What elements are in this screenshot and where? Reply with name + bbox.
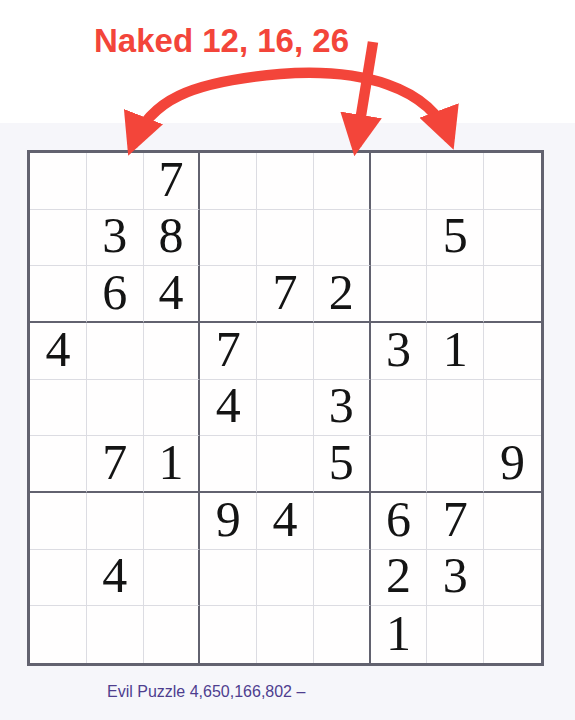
cell-r7c1[interactable] <box>30 493 87 550</box>
cell-r6c6[interactable]: 5 <box>314 436 371 493</box>
cell-r2c7[interactable] <box>371 210 428 267</box>
cell-r3c3[interactable]: 4 <box>144 266 201 323</box>
cell-r6c5[interactable] <box>257 436 314 493</box>
cell-r3c9[interactable] <box>484 266 541 323</box>
screen: Naked 12, 16, 26 73856472473143715994674… <box>0 0 575 720</box>
cell-r5c4[interactable]: 4 <box>200 380 257 437</box>
cell-r3c1[interactable] <box>30 266 87 323</box>
cell-r1c6[interactable] <box>314 153 371 210</box>
cell-r2c5[interactable] <box>257 210 314 267</box>
cell-r9c4[interactable] <box>200 606 257 663</box>
cell-r1c5[interactable] <box>257 153 314 210</box>
cell-r9c3[interactable] <box>144 606 201 663</box>
cell-r7c5[interactable]: 4 <box>257 493 314 550</box>
cell-r6c8[interactable] <box>427 436 484 493</box>
cell-r5c8[interactable] <box>427 380 484 437</box>
cell-r3c5[interactable]: 7 <box>257 266 314 323</box>
cell-r6c9[interactable]: 9 <box>484 436 541 493</box>
cell-r5c2[interactable] <box>87 380 144 437</box>
cell-r6c2[interactable]: 7 <box>87 436 144 493</box>
cell-r7c8[interactable]: 7 <box>427 493 484 550</box>
cell-r7c9[interactable] <box>484 493 541 550</box>
cell-r9c5[interactable] <box>257 606 314 663</box>
cell-r5c3[interactable] <box>144 380 201 437</box>
cell-r5c6[interactable]: 3 <box>314 380 371 437</box>
cell-r8c1[interactable] <box>30 550 87 607</box>
cell-r9c9[interactable] <box>484 606 541 663</box>
cell-r2c8[interactable]: 5 <box>427 210 484 267</box>
puzzle-caption: Evil Puzzle 4,650,166,802 – <box>107 683 305 701</box>
cell-r4c9[interactable] <box>484 323 541 380</box>
cell-r1c1[interactable] <box>30 153 87 210</box>
cell-r1c9[interactable] <box>484 153 541 210</box>
cell-r9c6[interactable] <box>314 606 371 663</box>
cell-r1c4[interactable] <box>200 153 257 210</box>
cell-r2c3[interactable]: 8 <box>144 210 201 267</box>
cell-r8c4[interactable] <box>200 550 257 607</box>
cell-r5c1[interactable] <box>30 380 87 437</box>
cell-r1c2[interactable] <box>87 153 144 210</box>
cell-r4c3[interactable] <box>144 323 201 380</box>
cell-r1c8[interactable] <box>427 153 484 210</box>
cell-r3c8[interactable] <box>427 266 484 323</box>
cell-r2c4[interactable] <box>200 210 257 267</box>
cell-r8c9[interactable] <box>484 550 541 607</box>
cell-r7c4[interactable]: 9 <box>200 493 257 550</box>
cell-r4c1[interactable]: 4 <box>30 323 87 380</box>
cell-r4c5[interactable] <box>257 323 314 380</box>
cell-r2c2[interactable]: 3 <box>87 210 144 267</box>
cell-r3c2[interactable]: 6 <box>87 266 144 323</box>
sudoku-board: 73856472473143715994674231 <box>27 150 544 666</box>
cell-r8c8[interactable]: 3 <box>427 550 484 607</box>
cell-r7c7[interactable]: 6 <box>371 493 428 550</box>
cell-r6c1[interactable] <box>30 436 87 493</box>
cell-r2c1[interactable] <box>30 210 87 267</box>
cell-r5c5[interactable] <box>257 380 314 437</box>
cell-r7c3[interactable] <box>144 493 201 550</box>
cell-r4c7[interactable]: 3 <box>371 323 428 380</box>
cell-r4c4[interactable]: 7 <box>200 323 257 380</box>
cell-r4c8[interactable]: 1 <box>427 323 484 380</box>
cell-r1c3[interactable]: 7 <box>144 153 201 210</box>
annotation-title: Naked 12, 16, 26 <box>94 22 349 60</box>
cell-r8c5[interactable] <box>257 550 314 607</box>
cell-r7c2[interactable] <box>87 493 144 550</box>
cell-r4c2[interactable] <box>87 323 144 380</box>
cell-r3c4[interactable] <box>200 266 257 323</box>
cell-r3c6[interactable]: 2 <box>314 266 371 323</box>
cell-r2c6[interactable] <box>314 210 371 267</box>
cell-r3c7[interactable] <box>371 266 428 323</box>
cell-r8c2[interactable]: 4 <box>87 550 144 607</box>
cell-r2c9[interactable] <box>484 210 541 267</box>
cell-r1c7[interactable] <box>371 153 428 210</box>
cell-r8c6[interactable] <box>314 550 371 607</box>
cell-r9c2[interactable] <box>87 606 144 663</box>
cell-r6c7[interactable] <box>371 436 428 493</box>
cell-r4c6[interactable] <box>314 323 371 380</box>
cell-r6c4[interactable] <box>200 436 257 493</box>
cell-r9c1[interactable] <box>30 606 87 663</box>
cell-r7c6[interactable] <box>314 493 371 550</box>
cell-r8c7[interactable]: 2 <box>371 550 428 607</box>
cell-r5c9[interactable] <box>484 380 541 437</box>
cell-r6c3[interactable]: 1 <box>144 436 201 493</box>
cell-r8c3[interactable] <box>144 550 201 607</box>
cell-r9c8[interactable] <box>427 606 484 663</box>
cell-r5c7[interactable] <box>371 380 428 437</box>
cell-r9c7[interactable]: 1 <box>371 606 428 663</box>
